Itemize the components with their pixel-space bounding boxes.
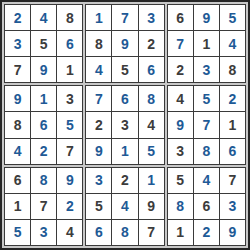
cell-r2c2[interactable]: 5 (31, 31, 56, 56)
cell-r5c3[interactable]: 5 (57, 112, 82, 137)
cell-r9c4[interactable]: 6 (86, 220, 111, 245)
cell-r1c9[interactable]: 5 (220, 5, 245, 30)
cell-r1c5[interactable]: 7 (112, 5, 137, 30)
cell-r7c2[interactable]: 8 (31, 168, 56, 193)
block-4: 913865427 (4, 85, 83, 164)
cell-r4c2[interactable]: 1 (31, 86, 56, 111)
cell-r9c8[interactable]: 2 (194, 220, 219, 245)
cell-r7c4[interactable]: 3 (86, 168, 111, 193)
cell-r7c7[interactable]: 5 (168, 168, 193, 193)
cell-r2c9[interactable]: 4 (220, 31, 245, 56)
cell-r7c6[interactable]: 1 (139, 168, 164, 193)
cell-r8c7[interactable]: 8 (168, 194, 193, 219)
cell-r9c7[interactable]: 1 (168, 220, 193, 245)
cell-r6c9[interactable]: 6 (220, 139, 245, 164)
cell-r9c6[interactable]: 7 (139, 220, 164, 245)
cell-r6c7[interactable]: 3 (168, 139, 193, 164)
cell-r3c6[interactable]: 6 (139, 57, 164, 82)
cell-r7c1[interactable]: 6 (5, 168, 30, 193)
cell-r5c9[interactable]: 1 (220, 112, 245, 137)
cell-r7c3[interactable]: 9 (57, 168, 82, 193)
cell-r3c3[interactable]: 1 (57, 57, 82, 82)
cell-r6c2[interactable]: 2 (31, 139, 56, 164)
cell-r2c6[interactable]: 2 (139, 31, 164, 56)
cell-r6c8[interactable]: 8 (194, 139, 219, 164)
cell-r5c8[interactable]: 7 (194, 112, 219, 137)
cell-r8c3[interactable]: 2 (57, 194, 82, 219)
cell-r5c6[interactable]: 4 (139, 112, 164, 137)
cell-r9c9[interactable]: 9 (220, 220, 245, 245)
cell-r1c6[interactable]: 3 (139, 5, 164, 30)
cell-r5c4[interactable]: 2 (86, 112, 111, 137)
cell-r3c1[interactable]: 7 (5, 57, 30, 82)
cell-r4c8[interactable]: 5 (194, 86, 219, 111)
cell-r2c5[interactable]: 9 (112, 31, 137, 56)
cell-r6c3[interactable]: 7 (57, 139, 82, 164)
cell-r3c7[interactable]: 2 (168, 57, 193, 82)
block-7: 689172534 (4, 167, 83, 246)
cell-r1c1[interactable]: 2 (5, 5, 30, 30)
cell-r4c5[interactable]: 6 (112, 86, 137, 111)
cell-r3c8[interactable]: 3 (194, 57, 219, 82)
cell-r8c6[interactable]: 9 (139, 194, 164, 219)
cell-r6c5[interactable]: 1 (112, 139, 137, 164)
cell-r1c2[interactable]: 4 (31, 5, 56, 30)
cell-r3c2[interactable]: 9 (31, 57, 56, 82)
cell-r2c1[interactable]: 3 (5, 31, 30, 56)
cell-r7c8[interactable]: 4 (194, 168, 219, 193)
cell-r4c3[interactable]: 3 (57, 86, 82, 111)
cell-r4c7[interactable]: 4 (168, 86, 193, 111)
cell-r5c2[interactable]: 6 (31, 112, 56, 137)
cell-r9c3[interactable]: 4 (57, 220, 82, 245)
cell-r4c1[interactable]: 9 (5, 86, 30, 111)
cell-r6c1[interactable]: 4 (5, 139, 30, 164)
cell-r9c2[interactable]: 3 (31, 220, 56, 245)
cell-r3c5[interactable]: 5 (112, 57, 137, 82)
cell-r1c3[interactable]: 8 (57, 5, 82, 30)
cell-r2c8[interactable]: 1 (194, 31, 219, 56)
cell-r5c1[interactable]: 8 (5, 112, 30, 137)
block-1: 248356791 (4, 4, 83, 83)
block-3: 695714238 (167, 4, 246, 83)
cell-r6c6[interactable]: 5 (139, 139, 164, 164)
cell-r8c8[interactable]: 6 (194, 194, 219, 219)
cell-r3c4[interactable]: 4 (86, 57, 111, 82)
cell-r8c5[interactable]: 4 (112, 194, 137, 219)
cell-r8c1[interactable]: 1 (5, 194, 30, 219)
cell-r5c5[interactable]: 3 (112, 112, 137, 137)
cell-r7c5[interactable]: 2 (112, 168, 137, 193)
cell-r8c2[interactable]: 7 (31, 194, 56, 219)
cell-r4c4[interactable]: 7 (86, 86, 111, 111)
block-9: 547863129 (167, 167, 246, 246)
block-6: 452971386 (167, 85, 246, 164)
cell-r4c6[interactable]: 8 (139, 86, 164, 111)
block-5: 768234915 (85, 85, 164, 164)
cell-r1c8[interactable]: 9 (194, 5, 219, 30)
cell-r3c9[interactable]: 8 (220, 57, 245, 82)
cell-r7c9[interactable]: 7 (220, 168, 245, 193)
cell-r8c4[interactable]: 5 (86, 194, 111, 219)
cell-r8c9[interactable]: 3 (220, 194, 245, 219)
cell-r2c3[interactable]: 6 (57, 31, 82, 56)
cell-r9c5[interactable]: 8 (112, 220, 137, 245)
cell-r9c1[interactable]: 5 (5, 220, 30, 245)
cell-r2c7[interactable]: 7 (168, 31, 193, 56)
sudoku-board: 2483567911738924566957142389138654277682… (0, 0, 250, 250)
block-2: 173892456 (85, 4, 164, 83)
block-8: 321549687 (85, 167, 164, 246)
cell-r1c7[interactable]: 6 (168, 5, 193, 30)
cell-r2c4[interactable]: 8 (86, 31, 111, 56)
cell-r1c4[interactable]: 1 (86, 5, 111, 30)
cell-r5c7[interactable]: 9 (168, 112, 193, 137)
cell-r6c4[interactable]: 9 (86, 139, 111, 164)
cell-r4c9[interactable]: 2 (220, 86, 245, 111)
